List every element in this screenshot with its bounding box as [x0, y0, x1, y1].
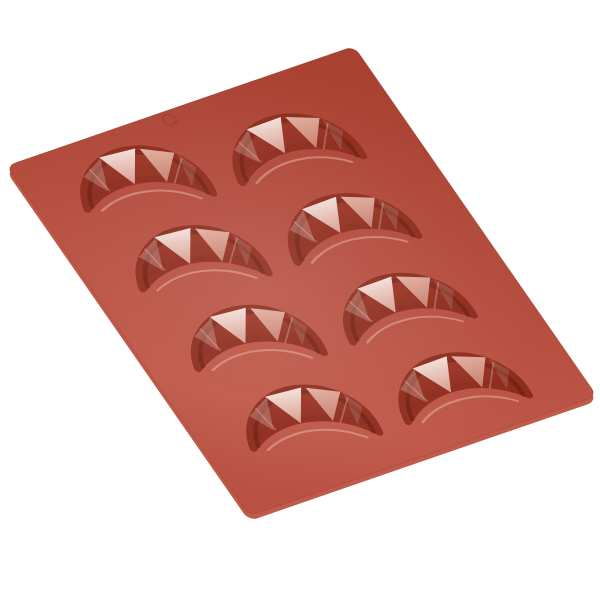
product-photo-page: { "image_type": "product-photograph", "b… [0, 0, 600, 600]
mold [3, 46, 600, 521]
mold-illustration [0, 0, 600, 600]
product-photo [0, 0, 600, 600]
